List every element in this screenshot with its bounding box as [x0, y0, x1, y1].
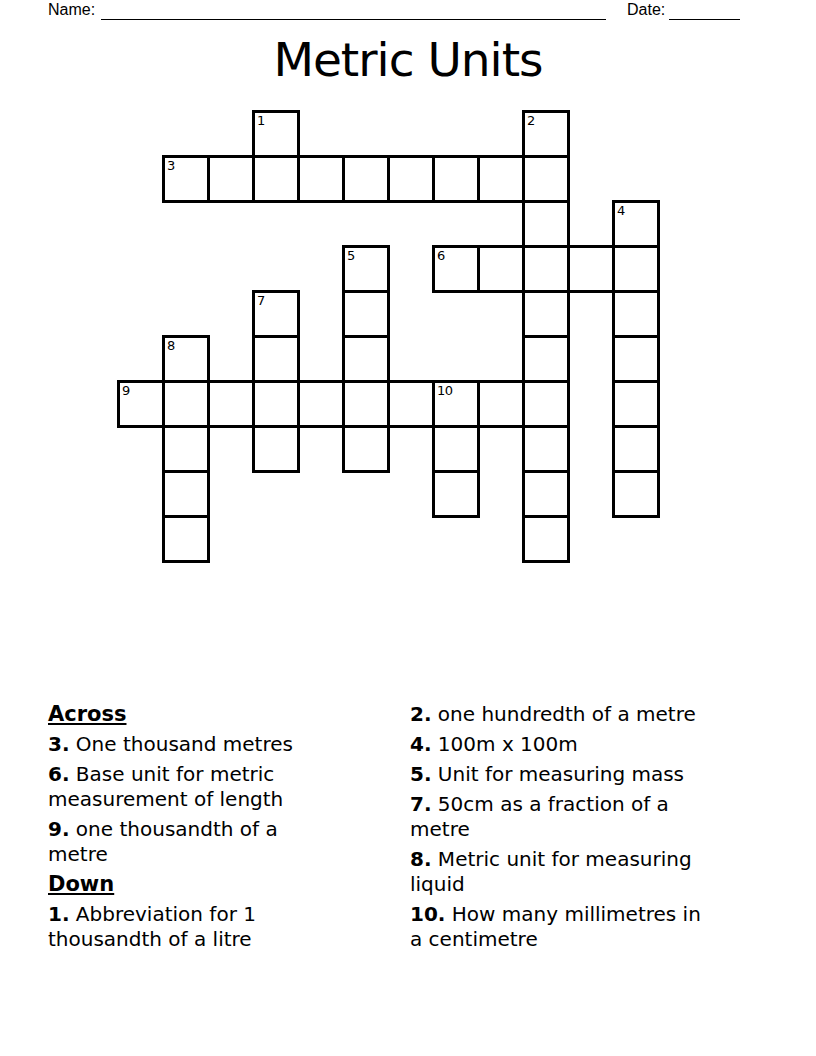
- clue-number-label: 3.: [48, 732, 70, 756]
- grid-cell-r7c11[interactable]: [612, 425, 660, 473]
- clue-number-label: 9.: [48, 817, 70, 841]
- grid-cell-r6c5[interactable]: [342, 380, 390, 428]
- clue-text: Unit for measuring mass: [432, 762, 685, 786]
- grid-cell-r6c2[interactable]: [207, 380, 255, 428]
- grid-cell-r3c11[interactable]: [612, 245, 660, 293]
- grid-cell-r1c7[interactable]: [432, 155, 480, 203]
- grid-cell-r0c9[interactable]: 2: [522, 110, 570, 158]
- grid-cell-r7c7[interactable]: [432, 425, 480, 473]
- clue-text: How many millimetres in a centimetre: [410, 902, 701, 951]
- clue-number-1: 1: [257, 113, 265, 128]
- clue-3: 3. One thousand metres: [48, 732, 348, 757]
- grid-cell-r3c9[interactable]: [522, 245, 570, 293]
- grid-cell-r1c1[interactable]: 3: [162, 155, 210, 203]
- grid-cell-r7c5[interactable]: [342, 425, 390, 473]
- grid-cell-r2c9[interactable]: [522, 200, 570, 248]
- clue-number-label: 1.: [48, 902, 70, 926]
- clues-column-right: 2. one hundredth of a metre4. 100m x 100…: [410, 702, 755, 957]
- clue-number-label: 4.: [410, 732, 432, 756]
- grid-cell-r5c1[interactable]: 8: [162, 335, 210, 383]
- clue-number-2: 2: [527, 113, 535, 128]
- clue-text: One thousand metres: [70, 732, 293, 756]
- clue-number-label: 5.: [410, 762, 432, 786]
- grid-cell-r4c9[interactable]: [522, 290, 570, 338]
- grid-cell-r3c7[interactable]: 6: [432, 245, 480, 293]
- grid-cell-r5c11[interactable]: [612, 335, 660, 383]
- clue-text: 50cm as a fraction of a metre: [410, 792, 669, 841]
- grid-cell-r7c9[interactable]: [522, 425, 570, 473]
- clue-number-label: 2.: [410, 702, 432, 726]
- clue-7: 7. 50cm as a fraction of a metre: [410, 792, 755, 842]
- crossword-grid: 12345678910: [117, 110, 660, 563]
- clue-number-9: 9: [122, 383, 130, 398]
- clue-2: 2. one hundredth of a metre: [410, 702, 755, 727]
- grid-cell-r1c6[interactable]: [387, 155, 435, 203]
- clue-number-8: 8: [167, 338, 175, 353]
- clue-number-4: 4: [617, 203, 625, 218]
- grid-cell-r3c5[interactable]: 5: [342, 245, 390, 293]
- grid-cell-r7c1[interactable]: [162, 425, 210, 473]
- crossword-worksheet: { "game": "crossword", "title": "Metric …: [0, 0, 816, 1056]
- clue-text: 100m x 100m: [432, 732, 578, 756]
- clue-8: 8. Metric unit for measuring liquid: [410, 847, 755, 897]
- clue-number-label: 10.: [410, 902, 445, 926]
- date-blank-line[interactable]: [669, 2, 740, 20]
- clue-4: 4. 100m x 100m: [410, 732, 755, 757]
- clue-9: 9. one thousandth of a metre: [48, 817, 348, 867]
- grid-cell-r1c9[interactable]: [522, 155, 570, 203]
- grid-cell-r6c7[interactable]: 10: [432, 380, 480, 428]
- clue-1: 1. Abbreviation for 1 thousandth of a li…: [48, 902, 348, 952]
- grid-cell-r6c4[interactable]: [297, 380, 345, 428]
- date-label: Date:: [627, 1, 665, 19]
- clue-text: Metric unit for measuring liquid: [410, 847, 692, 896]
- clue-text: one thousandth of a metre: [48, 817, 278, 866]
- clue-number-6: 6: [437, 248, 445, 263]
- grid-cell-r3c10[interactable]: [567, 245, 615, 293]
- grid-cell-r6c9[interactable]: [522, 380, 570, 428]
- name-label: Name:: [48, 1, 95, 19]
- grid-cell-r9c9[interactable]: [522, 515, 570, 563]
- grid-cell-r8c9[interactable]: [522, 470, 570, 518]
- clue-text: Base unit for metric measurement of leng…: [48, 762, 283, 811]
- grid-cell-r1c3[interactable]: [252, 155, 300, 203]
- grid-cell-r5c5[interactable]: [342, 335, 390, 383]
- clues-heading-across: Across: [48, 702, 348, 727]
- clue-5: 5. Unit for measuring mass: [410, 762, 755, 787]
- name-blank-line[interactable]: [101, 2, 606, 20]
- grid-cell-r1c2[interactable]: [207, 155, 255, 203]
- grid-cell-r0c3[interactable]: 1: [252, 110, 300, 158]
- grid-cell-r4c11[interactable]: [612, 290, 660, 338]
- grid-cell-r4c3[interactable]: 7: [252, 290, 300, 338]
- clues-column-left: Across3. One thousand metres6. Base unit…: [48, 702, 348, 957]
- clue-number-3: 3: [167, 158, 175, 173]
- clue-text: one hundredth of a metre: [432, 702, 696, 726]
- grid-cell-r8c7[interactable]: [432, 470, 480, 518]
- grid-cell-r1c4[interactable]: [297, 155, 345, 203]
- grid-cell-r8c1[interactable]: [162, 470, 210, 518]
- clue-number-7: 7: [257, 293, 265, 308]
- grid-cell-r6c8[interactable]: [477, 380, 525, 428]
- clue-6: 6. Base unit for metric measurement of l…: [48, 762, 348, 812]
- grid-cell-r6c3[interactable]: [252, 380, 300, 428]
- page-title: Metric Units: [0, 34, 816, 86]
- grid-cell-r7c3[interactable]: [252, 425, 300, 473]
- grid-cell-r5c3[interactable]: [252, 335, 300, 383]
- grid-cell-r6c0[interactable]: 9: [117, 380, 165, 428]
- grid-cell-r3c8[interactable]: [477, 245, 525, 293]
- grid-cell-r2c11[interactable]: 4: [612, 200, 660, 248]
- clue-number-label: 8.: [410, 847, 432, 871]
- grid-cell-r5c9[interactable]: [522, 335, 570, 383]
- grid-cell-r1c5[interactable]: [342, 155, 390, 203]
- grid-cell-r6c6[interactable]: [387, 380, 435, 428]
- grid-cell-r1c8[interactable]: [477, 155, 525, 203]
- grid-cell-r4c5[interactable]: [342, 290, 390, 338]
- clue-number-label: 6.: [48, 762, 70, 786]
- clue-number-label: 7.: [410, 792, 432, 816]
- clue-number-10: 10: [437, 383, 453, 398]
- clue-text: Abbreviation for 1 thousandth of a litre: [48, 902, 256, 951]
- clue-10: 10. How many millimetres in a centimetre: [410, 902, 755, 952]
- grid-cell-r8c11[interactable]: [612, 470, 660, 518]
- clue-number-5: 5: [347, 248, 355, 263]
- clues-heading-down: Down: [48, 872, 348, 897]
- grid-cell-r9c1[interactable]: [162, 515, 210, 563]
- grid-cell-r6c1[interactable]: [162, 380, 210, 428]
- grid-cell-r6c11[interactable]: [612, 380, 660, 428]
